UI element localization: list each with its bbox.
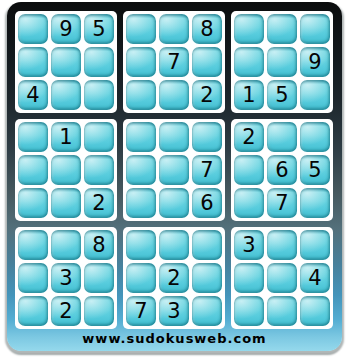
cell-r4c4[interactable] xyxy=(126,122,156,152)
sudoku-board: 9548729151276265783227334 www.sudokusweb… xyxy=(7,2,342,351)
cell-r6c6[interactable]: 6 xyxy=(192,188,222,218)
cell-r8c5[interactable]: 2 xyxy=(159,263,189,293)
cell-r8c7[interactable] xyxy=(234,263,264,293)
cell-r8c9[interactable]: 4 xyxy=(300,263,330,293)
cell-r2c4[interactable] xyxy=(126,47,156,77)
box-3-3: 34 xyxy=(231,227,333,329)
cell-r5c3[interactable] xyxy=(84,155,114,185)
cell-r1c9[interactable] xyxy=(300,14,330,44)
box-2-2: 76 xyxy=(123,119,225,221)
cell-r5c8[interactable]: 6 xyxy=(267,155,297,185)
cell-r2c7[interactable] xyxy=(234,47,264,77)
cell-r5c9[interactable]: 5 xyxy=(300,155,330,185)
cell-r4c7[interactable]: 2 xyxy=(234,122,264,152)
cell-r5c2[interactable] xyxy=(51,155,81,185)
page: 9548729151276265783227334 www.sudokusweb… xyxy=(0,0,350,360)
cell-r8c8[interactable] xyxy=(267,263,297,293)
cell-r7c5[interactable] xyxy=(159,230,189,260)
cell-r1c4[interactable] xyxy=(126,14,156,44)
cell-r6c9[interactable] xyxy=(300,188,330,218)
cell-r1c8[interactable] xyxy=(267,14,297,44)
cell-r5c7[interactable] xyxy=(234,155,264,185)
cell-r5c1[interactable] xyxy=(18,155,48,185)
cell-r9c5[interactable]: 3 xyxy=(159,296,189,326)
cell-r9c4[interactable]: 7 xyxy=(126,296,156,326)
cell-r3c1[interactable]: 4 xyxy=(18,80,48,110)
cell-r3c7[interactable]: 1 xyxy=(234,80,264,110)
cell-r1c6[interactable]: 8 xyxy=(192,14,222,44)
cell-r8c6[interactable] xyxy=(192,263,222,293)
cell-r3c2[interactable] xyxy=(51,80,81,110)
cell-r2c9[interactable]: 9 xyxy=(300,47,330,77)
cell-r6c8[interactable]: 7 xyxy=(267,188,297,218)
cell-r6c4[interactable] xyxy=(126,188,156,218)
cell-r3c9[interactable] xyxy=(300,80,330,110)
cell-r4c1[interactable] xyxy=(18,122,48,152)
cell-r8c1[interactable] xyxy=(18,263,48,293)
cell-r2c8[interactable] xyxy=(267,47,297,77)
cell-r6c2[interactable] xyxy=(51,188,81,218)
box-2-3: 2657 xyxy=(231,119,333,221)
cell-r8c2[interactable]: 3 xyxy=(51,263,81,293)
cell-r1c2[interactable]: 9 xyxy=(51,14,81,44)
cell-r4c2[interactable]: 1 xyxy=(51,122,81,152)
cell-r7c6[interactable] xyxy=(192,230,222,260)
cell-r2c2[interactable] xyxy=(51,47,81,77)
cell-r3c8[interactable]: 5 xyxy=(267,80,297,110)
box-1-1: 954 xyxy=(15,11,117,113)
sudoku-grid: 9548729151276265783227334 xyxy=(15,11,333,329)
box-1-2: 872 xyxy=(123,11,225,113)
cell-r8c4[interactable] xyxy=(126,263,156,293)
cell-r9c1[interactable] xyxy=(18,296,48,326)
cell-r3c4[interactable] xyxy=(126,80,156,110)
box-2-1: 12 xyxy=(15,119,117,221)
box-3-1: 832 xyxy=(15,227,117,329)
site-url[interactable]: www.sudokusweb.com xyxy=(7,329,342,347)
cell-r7c4[interactable] xyxy=(126,230,156,260)
cell-r2c5[interactable]: 7 xyxy=(159,47,189,77)
cell-r2c1[interactable] xyxy=(18,47,48,77)
cell-r7c7[interactable]: 3 xyxy=(234,230,264,260)
box-1-3: 915 xyxy=(231,11,333,113)
cell-r6c5[interactable] xyxy=(159,188,189,218)
cell-r7c3[interactable]: 8 xyxy=(84,230,114,260)
cell-r4c9[interactable] xyxy=(300,122,330,152)
cell-r5c6[interactable]: 7 xyxy=(192,155,222,185)
box-3-2: 273 xyxy=(123,227,225,329)
cell-r8c3[interactable] xyxy=(84,263,114,293)
cell-r7c1[interactable] xyxy=(18,230,48,260)
cell-r2c3[interactable] xyxy=(84,47,114,77)
cell-r1c1[interactable] xyxy=(18,14,48,44)
cell-r4c6[interactable] xyxy=(192,122,222,152)
cell-r7c2[interactable] xyxy=(51,230,81,260)
cell-r4c3[interactable] xyxy=(84,122,114,152)
cell-r9c3[interactable] xyxy=(84,296,114,326)
cell-r9c9[interactable] xyxy=(300,296,330,326)
cell-r7c8[interactable] xyxy=(267,230,297,260)
cell-r9c8[interactable] xyxy=(267,296,297,326)
cell-r3c5[interactable] xyxy=(159,80,189,110)
cell-r4c5[interactable] xyxy=(159,122,189,152)
cell-r7c9[interactable] xyxy=(300,230,330,260)
cell-r6c7[interactable] xyxy=(234,188,264,218)
cell-r2c6[interactable] xyxy=(192,47,222,77)
cell-r9c7[interactable] xyxy=(234,296,264,326)
cell-r3c3[interactable] xyxy=(84,80,114,110)
cell-r9c2[interactable]: 2 xyxy=(51,296,81,326)
cell-r5c4[interactable] xyxy=(126,155,156,185)
cell-r5c5[interactable] xyxy=(159,155,189,185)
cell-r1c3[interactable]: 5 xyxy=(84,14,114,44)
cell-r9c6[interactable] xyxy=(192,296,222,326)
cell-r1c5[interactable] xyxy=(159,14,189,44)
cell-r4c8[interactable] xyxy=(267,122,297,152)
cell-r3c6[interactable]: 2 xyxy=(192,80,222,110)
cell-r1c7[interactable] xyxy=(234,14,264,44)
cell-r6c1[interactable] xyxy=(18,188,48,218)
cell-r6c3[interactable]: 2 xyxy=(84,188,114,218)
